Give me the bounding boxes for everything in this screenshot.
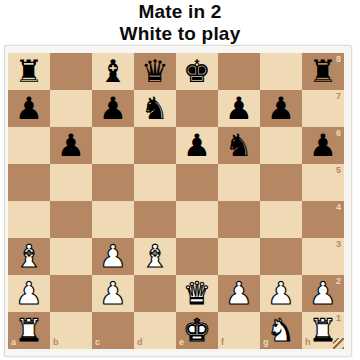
square-e5[interactable]: [176, 164, 218, 201]
square-a1[interactable]: a♜: [8, 312, 50, 349]
piece-black-pawn: ♟: [260, 90, 302, 127]
square-a8[interactable]: ♜: [8, 53, 50, 90]
square-d2[interactable]: [134, 275, 176, 312]
square-h4[interactable]: 4: [302, 201, 344, 238]
piece-black-king: ♚: [176, 53, 218, 90]
piece-white-queen: ♛: [176, 275, 218, 312]
square-d3[interactable]: ♝: [134, 238, 176, 275]
square-b5[interactable]: [50, 164, 92, 201]
chess-puzzle-page: Mate in 2 White to play ♜♝♛♚8♜♟♟♞♟♟7♟♟♞6…: [0, 0, 360, 360]
square-f3[interactable]: [218, 238, 260, 275]
square-e2[interactable]: ♛: [176, 275, 218, 312]
piece-white-pawn: ♟: [260, 275, 302, 312]
piece-black-knight: ♞: [134, 90, 176, 127]
square-a5[interactable]: [8, 164, 50, 201]
square-d5[interactable]: [134, 164, 176, 201]
square-g3[interactable]: [260, 238, 302, 275]
file-label-f: f: [221, 338, 224, 347]
piece-white-bishop: ♝: [134, 238, 176, 275]
piece-black-queen: ♛: [134, 53, 176, 90]
file-label-c: c: [95, 338, 100, 347]
square-c4[interactable]: [92, 201, 134, 238]
square-d4[interactable]: [134, 201, 176, 238]
square-h8[interactable]: 8♜: [302, 53, 344, 90]
piece-black-pawn: ♟: [176, 127, 218, 164]
square-f1[interactable]: f: [218, 312, 260, 349]
square-f4[interactable]: [218, 201, 260, 238]
square-d8[interactable]: ♛: [134, 53, 176, 90]
piece-black-pawn: ♟: [92, 90, 134, 127]
square-d1[interactable]: d: [134, 312, 176, 349]
rank-label-5: 5: [336, 166, 341, 175]
square-g4[interactable]: [260, 201, 302, 238]
square-b6[interactable]: ♟: [50, 127, 92, 164]
file-label-a: a: [11, 338, 16, 347]
square-b2[interactable]: [50, 275, 92, 312]
piece-white-pawn: ♟: [92, 275, 134, 312]
square-a2[interactable]: ♟: [8, 275, 50, 312]
square-g6[interactable]: [260, 127, 302, 164]
square-b4[interactable]: [50, 201, 92, 238]
square-e6[interactable]: ♟: [176, 127, 218, 164]
square-b3[interactable]: [50, 238, 92, 275]
square-f8[interactable]: [218, 53, 260, 90]
square-c7[interactable]: ♟: [92, 90, 134, 127]
piece-black-pawn: ♟: [8, 90, 50, 127]
square-f2[interactable]: ♟: [218, 275, 260, 312]
file-label-b: b: [53, 338, 59, 347]
puzzle-title-line1: Mate in 2: [0, 1, 360, 23]
square-c1[interactable]: c: [92, 312, 134, 349]
square-c3[interactable]: ♟: [92, 238, 134, 275]
file-label-h: h: [305, 338, 311, 347]
piece-black-pawn: ♟: [302, 127, 344, 164]
piece-white-knight: ♞: [260, 312, 302, 349]
square-f7[interactable]: ♟: [218, 90, 260, 127]
square-e7[interactable]: [176, 90, 218, 127]
piece-white-bishop: ♝: [8, 238, 50, 275]
piece-white-pawn: ♟: [8, 275, 50, 312]
piece-black-knight: ♞: [218, 127, 260, 164]
piece-black-bishop: ♝: [92, 53, 134, 90]
rank-label-4: 4: [336, 203, 341, 212]
rank-label-3: 3: [336, 240, 341, 249]
square-d7[interactable]: ♞: [134, 90, 176, 127]
square-b8[interactable]: [50, 53, 92, 90]
square-a7[interactable]: ♟: [8, 90, 50, 127]
rank-label-2: 2: [336, 277, 341, 286]
square-a4[interactable]: [8, 201, 50, 238]
square-c8[interactable]: ♝: [92, 53, 134, 90]
rank-label-8: 8: [336, 55, 341, 64]
square-h2[interactable]: 2♟: [302, 275, 344, 312]
piece-black-pawn: ♟: [218, 90, 260, 127]
square-c5[interactable]: [92, 164, 134, 201]
square-c6[interactable]: [92, 127, 134, 164]
square-g2[interactable]: ♟: [260, 275, 302, 312]
piece-white-rook: ♜: [8, 312, 50, 349]
square-e8[interactable]: ♚: [176, 53, 218, 90]
square-h3[interactable]: 3: [302, 238, 344, 275]
square-f5[interactable]: [218, 164, 260, 201]
file-label-e: e: [179, 338, 184, 347]
square-g7[interactable]: ♟: [260, 90, 302, 127]
square-e1[interactable]: e♚: [176, 312, 218, 349]
puzzle-title-line2: White to play: [0, 23, 360, 45]
square-d6[interactable]: [134, 127, 176, 164]
rank-label-7: 7: [336, 92, 341, 101]
square-h5[interactable]: 5: [302, 164, 344, 201]
square-b1[interactable]: b: [50, 312, 92, 349]
file-label-g: g: [263, 338, 269, 347]
rank-label-1: 1: [336, 314, 341, 323]
chess-board-frame: ♜♝♛♚8♜♟♟♞♟♟7♟♟♞6♟54♝♟♝3♟♟♛♟♟2♟a♜bcde♚fg♞…: [4, 45, 352, 357]
puzzle-title: Mate in 2 White to play: [0, 1, 360, 45]
square-h7[interactable]: 7: [302, 90, 344, 127]
square-e3[interactable]: [176, 238, 218, 275]
square-a3[interactable]: ♝: [8, 238, 50, 275]
piece-black-rook: ♜: [302, 53, 344, 90]
piece-white-king: ♚: [176, 312, 218, 349]
piece-white-pawn: ♟: [92, 238, 134, 275]
file-label-d: d: [137, 338, 143, 347]
board-resize-handle[interactable]: [333, 338, 344, 349]
piece-white-pawn: ♟: [218, 275, 260, 312]
square-c2[interactable]: ♟: [92, 275, 134, 312]
board-grid: ♜♝♛♚8♜♟♟♞♟♟7♟♟♞6♟54♝♟♝3♟♟♛♟♟2♟a♜bcde♚fg♞…: [8, 53, 344, 349]
square-g8[interactable]: [260, 53, 302, 90]
square-g1[interactable]: g♞: [260, 312, 302, 349]
square-a6[interactable]: [8, 127, 50, 164]
piece-white-pawn: ♟: [302, 275, 344, 312]
square-f6[interactable]: ♞: [218, 127, 260, 164]
square-h6[interactable]: 6♟: [302, 127, 344, 164]
piece-black-rook: ♜: [8, 53, 50, 90]
square-g5[interactable]: [260, 164, 302, 201]
piece-black-pawn: ♟: [50, 127, 92, 164]
square-e4[interactable]: [176, 201, 218, 238]
square-b7[interactable]: [50, 90, 92, 127]
rank-label-6: 6: [336, 129, 341, 138]
